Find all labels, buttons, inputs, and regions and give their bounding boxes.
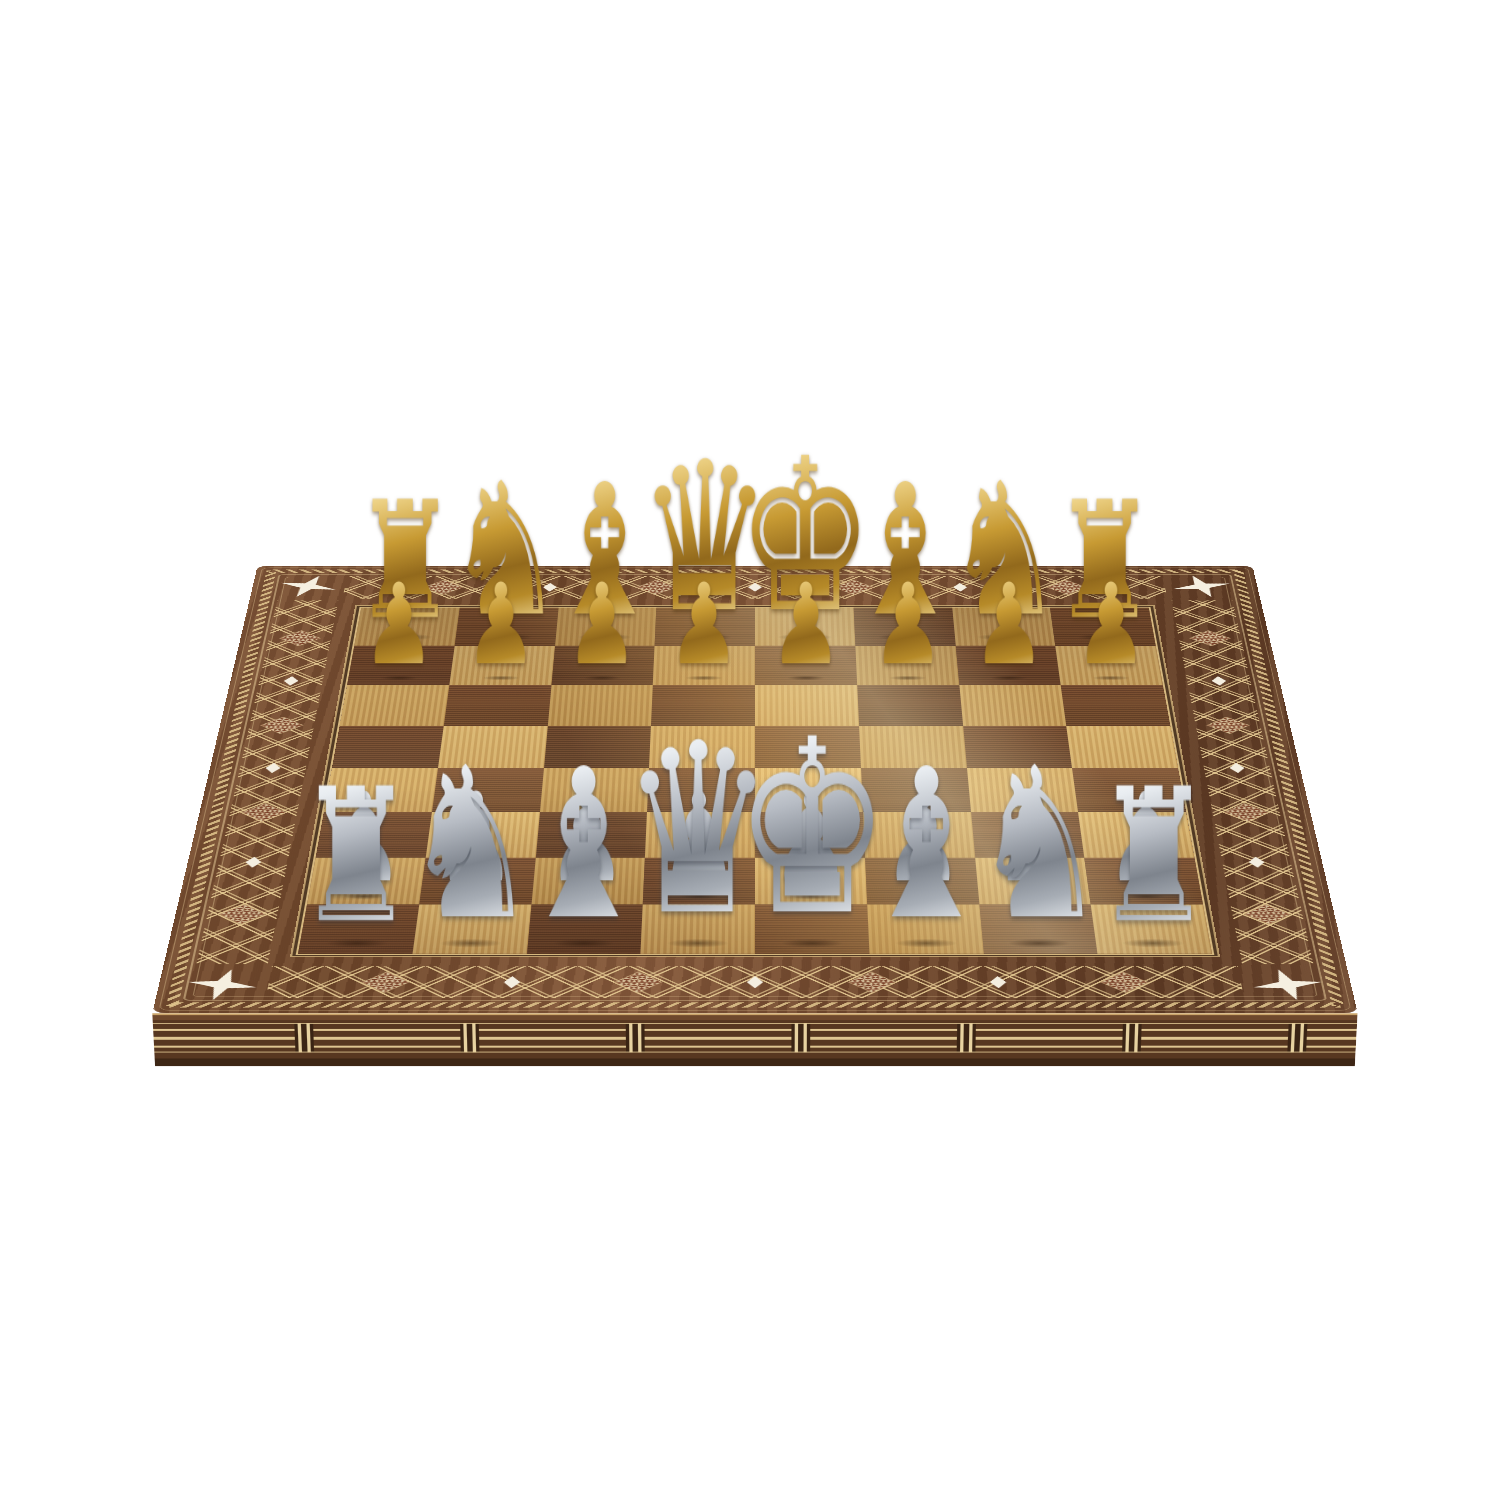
playing-area-frame: ♜♞♝♛♚♝♞♜♟♟♟♟♟♟♟♟♟♟♟♟♟♟♟♟♜♞♝♛♚♝♞♜ — [298, 608, 1212, 954]
piece-glyph: ♜ — [1057, 764, 1251, 948]
chess-board: ♜♞♝♛♚♝♞♜♟♟♟♟♟♟♟♟♟♟♟♟♟♟♟♟♜♞♝♛♚♝♞♜ — [152, 566, 1357, 1013]
scene: ♜♞♝♛♚♝♞♜♟♟♟♟♟♟♟♟♟♟♟♟♟♟♟♟♜♞♝♛♚♝♞♜ — [0, 0, 1500, 1500]
square-b6[interactable] — [444, 685, 552, 726]
square-h7[interactable]: ♟ — [1056, 646, 1163, 685]
square-g6[interactable] — [959, 685, 1067, 726]
playing-area-grid: ♜♞♝♛♚♝♞♜♟♟♟♟♟♟♟♟♟♟♟♟♟♟♟♟♜♞♝♛♚♝♞♜ — [298, 608, 1212, 954]
square-h1[interactable]: ♜ — [1091, 905, 1212, 954]
square-h6[interactable] — [1061, 685, 1170, 726]
square-a6[interactable] — [340, 685, 449, 726]
product-photo: ♜♞♝♛♚♝♞♜♟♟♟♟♟♟♟♟♟♟♟♟♟♟♟♟♜♞♝♛♚♝♞♜ — [0, 0, 1500, 1500]
rope-band-bottom — [169, 1002, 1341, 1007]
mosaic-rosette-inlay — [1244, 904, 1291, 924]
mosaic-rosette-inlay — [260, 717, 303, 734]
mosaic-rosette-inlay — [1207, 717, 1250, 734]
board-top-surface: ♜♞♝♛♚♝♞♜♟♟♟♟♟♟♟♟♟♟♟♟♟♟♟♟♜♞♝♛♚♝♞♜ — [152, 566, 1357, 1013]
board-front-edge — [152, 1013, 1357, 1066]
edge-inlay-pattern — [153, 1023, 1357, 1053]
piece-silver-rook[interactable]: ♜ — [1057, 764, 1251, 948]
